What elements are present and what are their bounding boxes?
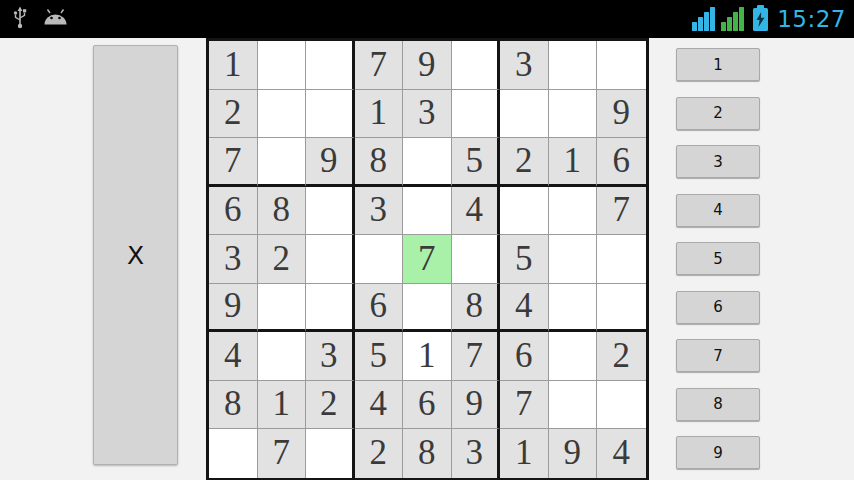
cell-r5c3[interactable] (306, 235, 355, 284)
cell-r2c8[interactable] (549, 90, 598, 139)
cell-r3c2[interactable] (258, 138, 307, 187)
cell-r2c3[interactable] (306, 90, 355, 139)
cell-r1c6[interactable] (452, 41, 501, 90)
status-bar-left (12, 0, 68, 38)
cell-r6c1[interactable]: 9 (209, 284, 258, 333)
number-button-5[interactable]: 5 (676, 242, 760, 275)
signal-cellular-icon (692, 7, 715, 31)
cell-r4c7[interactable] (500, 187, 549, 236)
cell-r9c4[interactable]: 2 (355, 429, 404, 478)
cell-r2c4[interactable]: 1 (355, 90, 404, 139)
cell-r2c5[interactable]: 3 (403, 90, 452, 139)
cell-r1c8[interactable] (549, 41, 598, 90)
number-button-1[interactable]: 1 (676, 48, 760, 81)
signal-network-icon (721, 7, 744, 31)
cell-r4c3[interactable] (306, 187, 355, 236)
cell-r4c9[interactable]: 7 (597, 187, 646, 236)
status-bar-right: 15:27 (692, 0, 849, 38)
clear-button[interactable]: X (93, 45, 178, 465)
cell-r7c4[interactable]: 5 (355, 332, 404, 381)
cell-r5c5[interactable]: 7 (403, 235, 452, 284)
number-button-4[interactable]: 4 (676, 194, 760, 227)
cell-r8c9[interactable] (597, 381, 646, 430)
cell-r5c1[interactable]: 3 (209, 235, 258, 284)
cell-r6c3[interactable] (306, 284, 355, 333)
cell-r4c5[interactable] (403, 187, 452, 236)
usb-icon (12, 6, 28, 33)
battery-charging-icon (753, 8, 768, 31)
cell-r3c6[interactable]: 5 (452, 138, 501, 187)
cell-r5c8[interactable] (549, 235, 598, 284)
number-pad: 123456789 (676, 48, 760, 469)
cell-r3c3[interactable]: 9 (306, 138, 355, 187)
cell-r6c4[interactable]: 6 (355, 284, 404, 333)
cell-r4c2[interactable]: 8 (258, 187, 307, 236)
cell-r3c1[interactable]: 7 (209, 138, 258, 187)
cell-r6c7[interactable]: 4 (500, 284, 549, 333)
cell-r8c5[interactable]: 6 (403, 381, 452, 430)
cell-r9c7[interactable]: 1 (500, 429, 549, 478)
app-content: X 17932139798521668347327596844351762812… (0, 38, 854, 480)
cell-r3c5[interactable] (403, 138, 452, 187)
cell-r7c3[interactable]: 3 (306, 332, 355, 381)
cell-r7c9[interactable]: 2 (597, 332, 646, 381)
cell-r2c6[interactable] (452, 90, 501, 139)
cell-r1c2[interactable] (258, 41, 307, 90)
cell-r9c2[interactable]: 7 (258, 429, 307, 478)
android-icon (43, 9, 68, 29)
number-button-2[interactable]: 2 (676, 97, 760, 130)
cell-r9c6[interactable]: 3 (452, 429, 501, 478)
cell-r4c8[interactable] (549, 187, 598, 236)
cell-r2c9[interactable]: 9 (597, 90, 646, 139)
sudoku-app-screen: 15:27 X 17932139798521668347327596844351… (0, 0, 854, 480)
cell-r9c3[interactable] (306, 429, 355, 478)
cell-r3c4[interactable]: 8 (355, 138, 404, 187)
cell-r7c7[interactable]: 6 (500, 332, 549, 381)
cell-r8c1[interactable]: 8 (209, 381, 258, 430)
status-bar: 15:27 (0, 0, 854, 38)
cell-r3c8[interactable]: 1 (549, 138, 598, 187)
cell-r9c5[interactable]: 8 (403, 429, 452, 478)
cell-r9c9[interactable]: 4 (597, 429, 646, 478)
cell-r8c2[interactable]: 1 (258, 381, 307, 430)
cell-r4c6[interactable]: 4 (452, 187, 501, 236)
cell-r7c2[interactable] (258, 332, 307, 381)
number-button-6[interactable]: 6 (676, 291, 760, 324)
cell-r9c8[interactable]: 9 (549, 429, 598, 478)
cell-r1c3[interactable] (306, 41, 355, 90)
status-time: 15:27 (777, 6, 849, 32)
cell-r5c9[interactable] (597, 235, 646, 284)
cell-r1c1[interactable]: 1 (209, 41, 258, 90)
cell-r8c7[interactable]: 7 (500, 381, 549, 430)
cell-r2c2[interactable] (258, 90, 307, 139)
cell-r6c2[interactable] (258, 284, 307, 333)
cell-r9c1[interactable] (209, 429, 258, 478)
cell-r7c1[interactable]: 4 (209, 332, 258, 381)
number-button-3[interactable]: 3 (676, 145, 760, 178)
cell-r7c6[interactable]: 7 (452, 332, 501, 381)
cell-r5c6[interactable] (452, 235, 501, 284)
cell-r2c7[interactable] (500, 90, 549, 139)
cell-r6c5[interactable] (403, 284, 452, 333)
number-button-8[interactable]: 8 (676, 388, 760, 421)
cell-r8c6[interactable]: 9 (452, 381, 501, 430)
cell-r4c1[interactable]: 6 (209, 187, 258, 236)
number-button-9[interactable]: 9 (676, 436, 760, 469)
cell-r5c4[interactable] (355, 235, 404, 284)
cell-r1c5[interactable]: 9 (403, 41, 452, 90)
cell-r6c6[interactable]: 8 (452, 284, 501, 333)
cell-r6c8[interactable] (549, 284, 598, 333)
cell-r3c9[interactable]: 6 (597, 138, 646, 187)
cell-r4c4[interactable]: 3 (355, 187, 404, 236)
cell-r8c4[interactable]: 4 (355, 381, 404, 430)
cell-r8c3[interactable]: 2 (306, 381, 355, 430)
cell-r3c7[interactable]: 2 (500, 138, 549, 187)
cell-r6c9[interactable] (597, 284, 646, 333)
cell-r1c7[interactable]: 3 (500, 41, 549, 90)
cell-r8c8[interactable] (549, 381, 598, 430)
cell-r7c5[interactable]: 1 (403, 332, 452, 381)
cell-r1c4[interactable]: 7 (355, 41, 404, 90)
cell-r2c1[interactable]: 2 (209, 90, 258, 139)
cell-r7c8[interactable] (549, 332, 598, 381)
cell-r5c7[interactable]: 5 (500, 235, 549, 284)
number-button-7[interactable]: 7 (676, 339, 760, 372)
cell-r1c9[interactable] (597, 41, 646, 90)
sudoku-board: 1793213979852166834732759684435176281246… (206, 38, 649, 480)
cell-r5c2[interactable]: 2 (258, 235, 307, 284)
